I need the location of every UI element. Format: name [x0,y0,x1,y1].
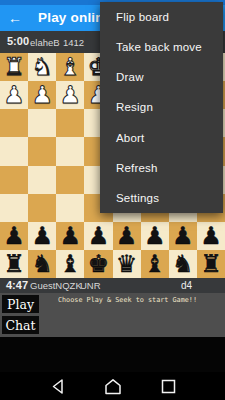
white-knight: ♞ [31,53,53,81]
play-button[interactable]: Play [2,295,39,313]
overflow-menu: Flip boardTake back moveDrawResignAbortR… [100,2,223,213]
android-nav-bar [0,372,225,400]
black-rook: ♜ [200,250,222,278]
last-move-label: d4 [181,280,192,291]
black-pawn: ♟ [31,222,53,250]
square-g3[interactable] [28,109,56,137]
square-a8[interactable]: ♜ [197,250,225,278]
back-arrow-icon[interactable]: ← [8,8,24,28]
white-pawn: ♟ [31,81,53,109]
player-clock: 4:47 [6,279,28,291]
square-d8[interactable]: ♛ [113,250,141,278]
opponent-name: elaheB [30,37,60,48]
square-h1[interactable]: ♜ [0,53,28,81]
square-g8[interactable]: ♞ [28,250,56,278]
nav-back-icon[interactable] [50,378,65,395]
black-pawn: ♟ [172,222,194,250]
square-h5[interactable] [0,166,28,194]
square-f4[interactable] [56,137,84,165]
black-knight: ♞ [172,250,194,278]
square-g7[interactable]: ♟ [28,222,56,250]
nav-recents-icon[interactable] [161,379,176,394]
black-bishop: ♝ [60,250,82,278]
square-c8[interactable]: ♝ [141,250,169,278]
menu-item-settings[interactable]: Settings [100,183,223,213]
app-screen: ← Play online 5:00 elaheB 1412 ♜♞♝♚♛♝♞♜♟… [0,0,225,400]
square-g6[interactable] [28,194,56,222]
black-king: ♚ [88,250,110,278]
square-f8[interactable]: ♝ [56,250,84,278]
black-queen: ♛ [116,250,138,278]
black-pawn: ♟ [3,222,25,250]
square-f1[interactable]: ♝ [56,53,84,81]
black-pawn: ♟ [144,222,166,250]
black-pawn: ♟ [116,222,138,250]
square-f2[interactable]: ♟ [56,81,84,109]
square-e7[interactable]: ♟ [84,222,112,250]
opponent-rating: 1412 [63,37,84,48]
menu-item-refresh[interactable]: Refresh [100,153,223,183]
square-h7[interactable]: ♟ [0,222,28,250]
white-bishop: ♝ [60,53,82,81]
menu-item-abort[interactable]: Abort [100,123,223,153]
square-h3[interactable] [0,109,28,137]
menu-item-take-back-move[interactable]: Take back move [100,32,223,62]
status-message: Choose Play & Seek to start Game!! [40,296,215,304]
black-knight: ♞ [31,250,53,278]
nav-home-icon[interactable] [104,378,122,395]
player-info-bar: 4:47 GuestNQZK UNR d4 [0,278,225,293]
black-pawn: ♟ [200,222,222,250]
chat-button[interactable]: Chat [2,316,39,334]
square-c7[interactable]: ♟ [141,222,169,250]
black-pawn: ♟ [88,222,110,250]
ad-banner: BIGO LIVE ✕ ⓘ BIGO LIVE - Live [0,337,225,372]
white-pawn: ♟ [3,81,25,109]
square-f7[interactable]: ♟ [56,222,84,250]
square-b7[interactable]: ♟ [169,222,197,250]
player-name: GuestNQZK [30,280,82,291]
black-bishop: ♝ [144,250,166,278]
square-g1[interactable]: ♞ [28,53,56,81]
square-f6[interactable] [56,194,84,222]
square-b8[interactable]: ♞ [169,250,197,278]
white-pawn: ♟ [60,81,82,109]
opponent-clock: 5:00 [7,35,29,47]
square-f3[interactable] [56,109,84,137]
square-g5[interactable] [28,166,56,194]
menu-item-resign[interactable]: Resign [100,92,223,122]
square-h6[interactable] [0,194,28,222]
player-rating: UNR [80,280,101,291]
black-pawn: ♟ [60,222,82,250]
square-a7[interactable]: ♟ [197,222,225,250]
menu-item-flip-board[interactable]: Flip board [100,2,223,32]
square-d7[interactable]: ♟ [113,222,141,250]
square-f5[interactable] [56,166,84,194]
square-e8[interactable]: ♚ [84,250,112,278]
square-h8[interactable]: ♜ [0,250,28,278]
square-g2[interactable]: ♟ [28,81,56,109]
black-rook: ♜ [3,250,25,278]
square-h2[interactable]: ♟ [0,81,28,109]
square-g4[interactable] [28,137,56,165]
white-rook: ♜ [3,53,25,81]
menu-item-draw[interactable]: Draw [100,62,223,92]
square-h4[interactable] [0,137,28,165]
